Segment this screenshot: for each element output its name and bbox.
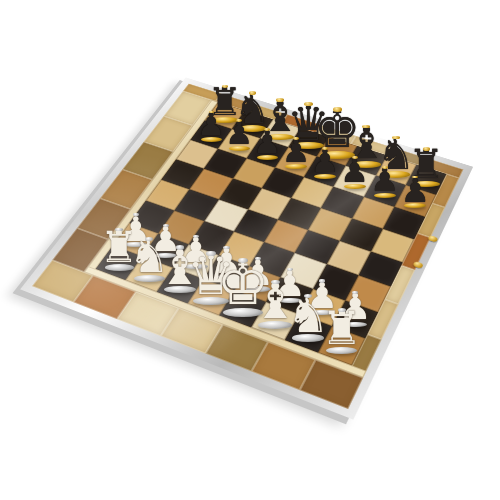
metal-finial-icon — [362, 125, 370, 129]
metal-finial-icon — [249, 91, 256, 95]
metal-finial-icon — [392, 136, 399, 140]
metal-finial-icon — [333, 107, 342, 112]
metal-finial-icon — [276, 98, 284, 102]
metal-finial-icon — [304, 102, 312, 106]
gold-latch-icon — [427, 235, 438, 243]
chess-board — [20, 77, 473, 419]
horn-border — [32, 84, 464, 410]
metal-finial-icon — [222, 85, 229, 88]
product-photo-background: ♜♞♝♟♛♟♚♟♝♟♞♟♜♟♟♟♟♟♟♜♟♞♟♝♟♛♟♚♟♝♞♜ — [0, 0, 500, 500]
metal-finial-icon — [423, 147, 430, 151]
